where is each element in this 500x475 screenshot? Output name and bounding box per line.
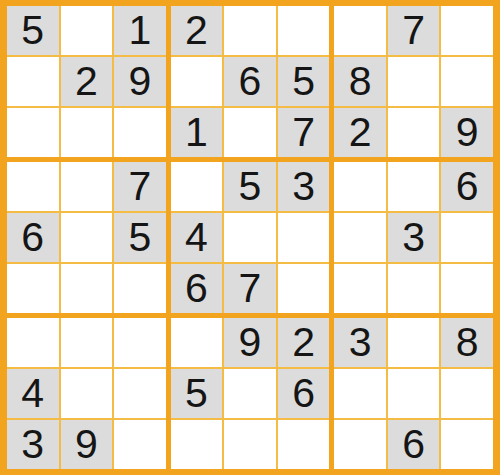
cell-r5c1[interactable]: 6 xyxy=(7,213,59,262)
cell-r9c5[interactable] xyxy=(224,420,276,469)
cell-r6c3[interactable] xyxy=(114,264,166,313)
cell-r7c7[interactable]: 3 xyxy=(334,318,386,367)
cell-r1c4[interactable]: 2 xyxy=(171,6,223,55)
cell-r3c1[interactable] xyxy=(7,108,59,157)
cell-r2c9[interactable] xyxy=(441,57,493,106)
cell-r3c6[interactable]: 7 xyxy=(278,108,330,157)
cell-r7c6[interactable]: 2 xyxy=(278,318,330,367)
cell-r2c7[interactable]: 8 xyxy=(334,57,386,106)
cell-r1c2[interactable] xyxy=(61,6,113,55)
cell-r2c1[interactable] xyxy=(7,57,59,106)
cell-r8c8[interactable] xyxy=(388,369,440,418)
cell-r1c7[interactable] xyxy=(334,6,386,55)
cell-r1c6[interactable] xyxy=(278,6,330,55)
cell-r1c5[interactable] xyxy=(224,6,276,55)
cell-r8c6[interactable]: 6 xyxy=(278,369,330,418)
box-6: 63 xyxy=(334,162,493,313)
cell-r5c8[interactable]: 3 xyxy=(388,213,440,262)
cell-r7c1[interactable] xyxy=(7,318,59,367)
cell-r7c2[interactable] xyxy=(61,318,113,367)
box-4: 765 xyxy=(7,162,166,313)
cell-r9c7[interactable] xyxy=(334,420,386,469)
cell-r7c8[interactable] xyxy=(388,318,440,367)
cell-r9c8[interactable]: 6 xyxy=(388,420,440,469)
cell-r4c1[interactable] xyxy=(7,162,59,211)
cell-r4c2[interactable] xyxy=(61,162,113,211)
cell-r9c6[interactable] xyxy=(278,420,330,469)
cell-r9c4[interactable] xyxy=(171,420,223,469)
cell-r9c2[interactable]: 9 xyxy=(61,420,113,469)
cell-r3c4[interactable]: 1 xyxy=(171,108,223,157)
cell-r3c7[interactable]: 2 xyxy=(334,108,386,157)
cell-r4c5[interactable]: 5 xyxy=(224,162,276,211)
cell-r3c9[interactable]: 9 xyxy=(441,108,493,157)
cell-r4c4[interactable] xyxy=(171,162,223,211)
cell-r3c5[interactable] xyxy=(224,108,276,157)
cell-r8c4[interactable]: 5 xyxy=(171,369,223,418)
cell-r5c9[interactable] xyxy=(441,213,493,262)
cell-r3c3[interactable] xyxy=(114,108,166,157)
cell-r6c5[interactable]: 7 xyxy=(224,264,276,313)
box-1: 5129 xyxy=(7,6,166,157)
cell-r2c4[interactable] xyxy=(171,57,223,106)
cell-r6c4[interactable]: 6 xyxy=(171,264,223,313)
cell-r8c2[interactable] xyxy=(61,369,113,418)
cell-r9c9[interactable] xyxy=(441,420,493,469)
cell-r5c6[interactable] xyxy=(278,213,330,262)
cell-r4c7[interactable] xyxy=(334,162,386,211)
cell-r4c8[interactable] xyxy=(388,162,440,211)
cell-r2c2[interactable]: 2 xyxy=(61,57,113,106)
cell-r5c2[interactable] xyxy=(61,213,113,262)
cell-r2c5[interactable]: 6 xyxy=(224,57,276,106)
cell-r4c6[interactable]: 3 xyxy=(278,162,330,211)
cell-r2c3[interactable]: 9 xyxy=(114,57,166,106)
cell-r8c5[interactable] xyxy=(224,369,276,418)
cell-r7c9[interactable]: 8 xyxy=(441,318,493,367)
cell-r9c3[interactable] xyxy=(114,420,166,469)
cell-r6c6[interactable] xyxy=(278,264,330,313)
cell-r6c9[interactable] xyxy=(441,264,493,313)
cell-r8c7[interactable] xyxy=(334,369,386,418)
cell-r1c8[interactable]: 7 xyxy=(388,6,440,55)
box-5: 53467 xyxy=(171,162,330,313)
sudoku-board: 512926517782976553467634399256386 xyxy=(0,0,500,475)
cell-r7c5[interactable]: 9 xyxy=(224,318,276,367)
cell-r5c3[interactable]: 5 xyxy=(114,213,166,262)
cell-r4c9[interactable]: 6 xyxy=(441,162,493,211)
cell-r8c1[interactable]: 4 xyxy=(7,369,59,418)
cell-r2c6[interactable]: 5 xyxy=(278,57,330,106)
cell-r8c9[interactable] xyxy=(441,369,493,418)
box-7: 439 xyxy=(7,318,166,469)
cell-r5c4[interactable]: 4 xyxy=(171,213,223,262)
cell-r7c3[interactable] xyxy=(114,318,166,367)
cell-r5c7[interactable] xyxy=(334,213,386,262)
cell-r1c1[interactable]: 5 xyxy=(7,6,59,55)
cell-r6c1[interactable] xyxy=(7,264,59,313)
box-9: 386 xyxy=(334,318,493,469)
box-2: 26517 xyxy=(171,6,330,157)
cell-r8c3[interactable] xyxy=(114,369,166,418)
cell-r1c3[interactable]: 1 xyxy=(114,6,166,55)
cell-r6c2[interactable] xyxy=(61,264,113,313)
cell-r3c2[interactable] xyxy=(61,108,113,157)
box-3: 7829 xyxy=(334,6,493,157)
cell-r2c8[interactable] xyxy=(388,57,440,106)
cell-r9c1[interactable]: 3 xyxy=(7,420,59,469)
cell-r6c7[interactable] xyxy=(334,264,386,313)
cell-r5c5[interactable] xyxy=(224,213,276,262)
cell-r3c8[interactable] xyxy=(388,108,440,157)
box-8: 9256 xyxy=(171,318,330,469)
cell-r1c9[interactable] xyxy=(441,6,493,55)
cell-r6c8[interactable] xyxy=(388,264,440,313)
cell-r7c4[interactable] xyxy=(171,318,223,367)
cell-r4c3[interactable]: 7 xyxy=(114,162,166,211)
